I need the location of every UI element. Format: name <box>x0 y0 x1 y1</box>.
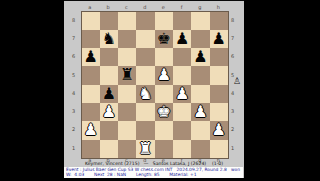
square-g3: ♟ <box>191 103 209 121</box>
square-f4: ♟ <box>173 85 191 103</box>
square-b4: ♟ <box>100 85 118 103</box>
rank-label-left-1: 1 <box>72 139 75 157</box>
square-a4 <box>82 85 100 103</box>
rank-label-left-3: 3 <box>72 102 75 120</box>
white-pawn-h2: ♟ <box>210 121 228 139</box>
rank-label-left-8: 8 <box>72 11 75 29</box>
square-c5: ♜ <box>118 66 136 84</box>
square-c6 <box>118 48 136 66</box>
square-b5 <box>100 66 118 84</box>
square-a3 <box>82 103 100 121</box>
square-e2 <box>155 121 173 139</box>
square-e4 <box>155 85 173 103</box>
rank-labels-left: 87654321 <box>72 11 75 157</box>
square-f7: ♟ <box>173 30 191 48</box>
square-f2 <box>173 121 191 139</box>
white-pawn-e5: ♟ <box>155 66 173 84</box>
black-pawn-b4: ♟ <box>100 85 118 103</box>
square-d7 <box>136 30 154 48</box>
bottom-black-strip <box>64 178 244 181</box>
chess-board: ♞♚♟♟♟♟♜♟♟♞♟♟♚♟♟♟♜ <box>81 11 229 159</box>
rank-label-left-5: 5 <box>72 65 75 83</box>
square-e7: ♚ <box>155 30 173 48</box>
square-g8 <box>191 12 209 30</box>
white-king-e3: ♚ <box>155 103 173 121</box>
black-king-e7: ♚ <box>155 30 173 48</box>
file-labels-top: abcdefgh <box>81 4 228 10</box>
square-b8 <box>100 12 118 30</box>
square-a8 <box>82 12 100 30</box>
square-e8 <box>155 12 173 30</box>
black-pawn-g6: ♟ <box>191 48 209 66</box>
square-f1 <box>173 140 191 158</box>
square-h2: ♟ <box>210 121 228 139</box>
white-pawn-g3: ♟ <box>191 103 209 121</box>
game-info-box: Event : Julius Baer Gen Cup S3 W chess.c… <box>64 167 243 178</box>
square-f8 <box>173 12 191 30</box>
square-e6 <box>155 48 173 66</box>
square-c2 <box>118 121 136 139</box>
square-g6: ♟ <box>191 48 209 66</box>
square-e1 <box>155 140 173 158</box>
square-g5 <box>191 66 209 84</box>
square-h4 <box>210 85 228 103</box>
square-c8 <box>118 12 136 30</box>
rank-label-right-6: 6 <box>231 47 234 65</box>
square-f6 <box>173 48 191 66</box>
square-h1 <box>210 140 228 158</box>
square-d8 <box>136 12 154 30</box>
square-a2: ♟ <box>82 121 100 139</box>
file-label-top-e: e <box>154 4 172 10</box>
rank-label-left-2: 2 <box>72 120 75 138</box>
square-g4 <box>191 85 209 103</box>
rank-label-right-2: 2 <box>231 120 234 138</box>
square-b1 <box>100 140 118 158</box>
square-d1: ♜ <box>136 140 154 158</box>
file-label-top-f: f <box>172 4 190 10</box>
left-black-bar <box>0 0 64 180</box>
square-d3 <box>136 103 154 121</box>
square-b6 <box>100 48 118 66</box>
square-g7 <box>191 30 209 48</box>
video-frame: abcdefgh abcdefgh 87654321 87654321 ♞♚♟♟… <box>0 0 320 180</box>
black-pawn-a6: ♟ <box>82 48 100 66</box>
white-pawn-material-icon: ♙ <box>233 76 241 86</box>
square-h5 <box>210 66 228 84</box>
black-rook-c5: ♜ <box>118 66 136 84</box>
square-c4 <box>118 85 136 103</box>
square-a6: ♟ <box>82 48 100 66</box>
white-rook-d1: ♜ <box>136 140 154 158</box>
square-d6 <box>136 48 154 66</box>
square-g2 <box>191 121 209 139</box>
rank-label-right-1: 1 <box>231 139 234 157</box>
square-d4: ♞ <box>136 85 154 103</box>
rank-label-right-7: 7 <box>231 29 234 47</box>
square-c1 <box>118 140 136 158</box>
file-label-top-d: d <box>136 4 154 10</box>
file-label-top-b: b <box>99 4 117 10</box>
square-e5: ♟ <box>155 66 173 84</box>
square-a1 <box>82 140 100 158</box>
square-f3 <box>173 103 191 121</box>
right-black-bar <box>244 0 320 180</box>
square-b7: ♞ <box>100 30 118 48</box>
rank-label-right-8: 8 <box>231 11 234 29</box>
black-pawn-h7: ♟ <box>210 30 228 48</box>
square-e3: ♚ <box>155 103 173 121</box>
black-pawn-f7: ♟ <box>173 30 191 48</box>
file-label-top-h: h <box>209 4 227 10</box>
square-f5 <box>173 66 191 84</box>
white-pawn-f4: ♟ <box>173 85 191 103</box>
rank-label-right-4: 4 <box>231 84 234 102</box>
square-a7 <box>82 30 100 48</box>
square-c3 <box>118 103 136 121</box>
file-label-top-c: c <box>117 4 135 10</box>
chess-viewer: abcdefgh abcdefgh 87654321 87654321 ♞♚♟♟… <box>64 0 244 180</box>
square-h6 <box>210 48 228 66</box>
rank-label-left-7: 7 <box>72 29 75 47</box>
white-knight-d4: ♞ <box>136 85 154 103</box>
white-pawn-b3: ♟ <box>100 103 118 121</box>
file-label-top-g: g <box>191 4 209 10</box>
square-h8 <box>210 12 228 30</box>
square-b2 <box>100 121 118 139</box>
square-g1 <box>191 140 209 158</box>
square-b3: ♟ <box>100 103 118 121</box>
square-d5 <box>136 66 154 84</box>
square-h7: ♟ <box>210 30 228 48</box>
square-a5 <box>82 66 100 84</box>
square-c7 <box>118 30 136 48</box>
file-label-top-a: a <box>81 4 99 10</box>
white-pawn-a2: ♟ <box>82 121 100 139</box>
black-knight-b7: ♞ <box>100 30 118 48</box>
square-d2 <box>136 121 154 139</box>
rank-label-left-4: 4 <box>72 84 75 102</box>
rank-label-right-3: 3 <box>231 102 234 120</box>
square-h3 <box>210 103 228 121</box>
rank-label-left-6: 6 <box>72 47 75 65</box>
